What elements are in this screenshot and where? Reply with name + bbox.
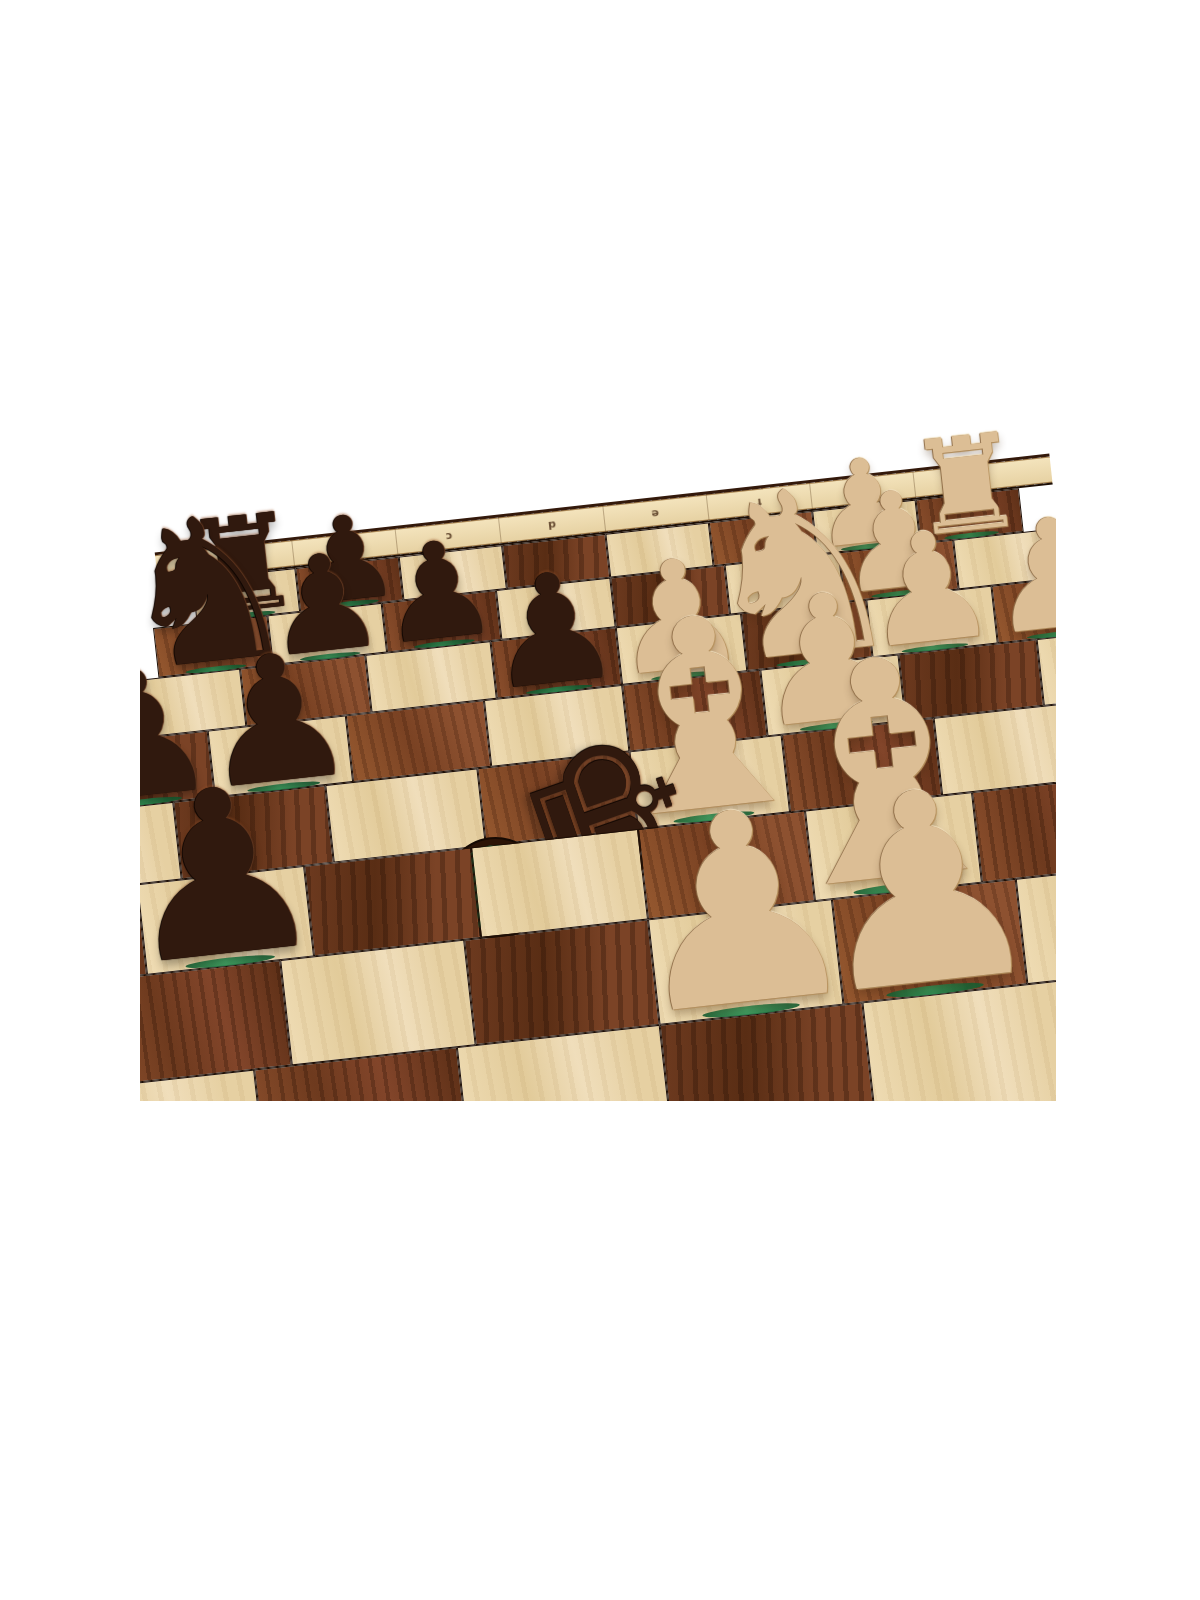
- file-letter: g: [858, 483, 867, 497]
- square-c2: [280, 940, 476, 1066]
- file-letter: a: [237, 552, 246, 566]
- square-e2: ♟: [648, 899, 844, 1025]
- file-letter: b: [340, 541, 349, 555]
- square-g4: [934, 701, 1056, 795]
- page: abcdefgh ♜♟♟♜♞♟♟♟♟♟♞♟♟♟♟♟♚♝♟♟♝♟♟: [0, 0, 1200, 1600]
- square-f2: ♟: [832, 879, 1028, 1005]
- file-letter: c: [445, 529, 453, 543]
- square-d2: [464, 919, 660, 1045]
- file-letter: e: [651, 506, 660, 520]
- file-letter: d: [547, 518, 556, 532]
- chess-board: abcdefgh ♜♟♟♜♞♟♟♟♟♟♞♟♟♟♟♟♚♝♟♟♝♟♟: [140, 428, 1056, 1101]
- board-photo: abcdefgh ♜♟♟♜♞♟♟♟♟♟♞♟♟♟♟♟♚♝♟♟♝♟♟: [140, 428, 1056, 1101]
- square-f1: [862, 980, 1056, 1101]
- file-letter: f: [756, 495, 762, 508]
- square-g3: [972, 774, 1056, 883]
- file-letter: h: [961, 472, 970, 486]
